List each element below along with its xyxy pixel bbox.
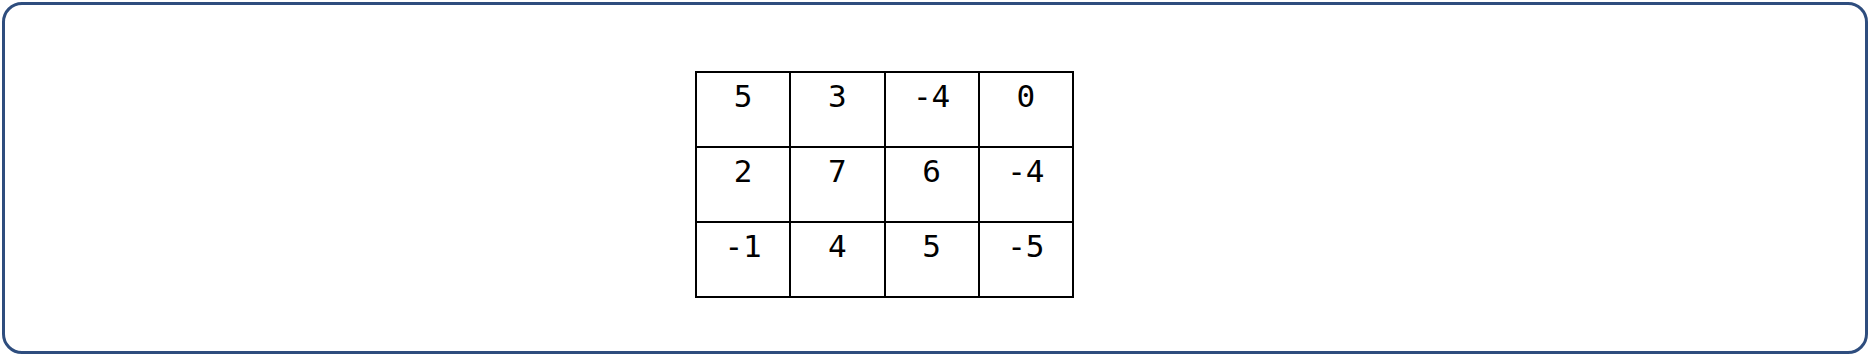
- rounded-border-card: 5 3 -4 0 2 7 6 -4 -1 4 5 -5: [2, 2, 1868, 354]
- page: 5 3 -4 0 2 7 6 -4 -1 4 5 -5: [0, 0, 1870, 356]
- grid-cell-r1c3: -4: [980, 148, 1072, 221]
- grid-cell-r1c1: 7: [791, 148, 883, 221]
- number-grid: 5 3 -4 0 2 7 6 -4 -1 4 5 -5: [695, 71, 1074, 298]
- grid-cell-r1c0: 2: [697, 148, 789, 221]
- grid-cell-r0c1: 3: [791, 73, 883, 146]
- grid-cell-r0c2: -4: [886, 73, 978, 146]
- grid-cell-r1c2: 6: [886, 148, 978, 221]
- grid-cell-r2c3: -5: [980, 223, 1072, 296]
- grid-cell-r2c2: 5: [886, 223, 978, 296]
- grid-cell-r2c0: -1: [697, 223, 789, 296]
- grid-cell-r0c3: 0: [980, 73, 1072, 146]
- grid-cell-r2c1: 4: [791, 223, 883, 296]
- grid-cell-r0c0: 5: [697, 73, 789, 146]
